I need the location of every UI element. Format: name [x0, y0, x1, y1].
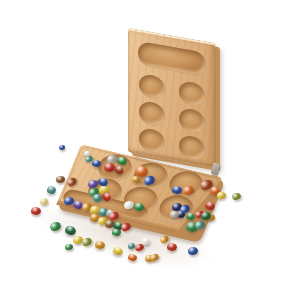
seed-stone[interactable] [66, 176, 79, 188]
seed-stone[interactable] [194, 220, 206, 231]
seed-stone[interactable] [63, 224, 77, 237]
seed-stone[interactable] [40, 198, 48, 205]
seed-stone[interactable] [65, 244, 73, 250]
seed-stone[interactable] [217, 192, 226, 199]
seed-stone[interactable] [182, 185, 194, 196]
seed-stone[interactable] [166, 242, 178, 252]
seed-stone[interactable] [111, 228, 121, 236]
seed-stone[interactable] [171, 185, 183, 195]
seed-stone[interactable] [30, 206, 41, 216]
seed-stone[interactable] [94, 240, 106, 250]
seed-stone[interactable] [204, 200, 216, 211]
seed-stone[interactable] [188, 247, 198, 255]
seed-stone[interactable] [49, 220, 62, 232]
seed-stone[interactable] [113, 164, 126, 177]
seed-stones-layer [0, 0, 292, 292]
seed-stone[interactable] [93, 194, 102, 202]
seed-stone[interactable] [231, 192, 241, 200]
mancala-product-photo [0, 0, 292, 292]
seed-stone[interactable] [185, 211, 196, 221]
seed-stone[interactable] [133, 202, 145, 212]
seed-stone[interactable] [141, 237, 150, 245]
seed-stone[interactable] [127, 252, 138, 262]
seed-stone[interactable] [128, 243, 135, 249]
seed-stone[interactable] [59, 145, 65, 150]
seed-stone[interactable] [81, 237, 93, 248]
seed-stone[interactable] [45, 185, 56, 196]
seed-stone[interactable] [91, 158, 102, 167]
seed-stone[interactable] [123, 200, 134, 210]
seed-stone[interactable] [112, 245, 125, 257]
seed-stone[interactable] [56, 176, 65, 183]
seed-stone[interactable] [132, 176, 140, 183]
